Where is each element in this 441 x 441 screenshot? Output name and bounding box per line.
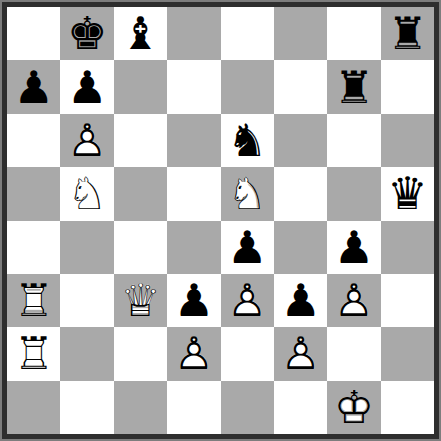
chess-board: ♚♝♜♟♟♜♟♙♞♞♘♞♘♛♟♟♜♖♛♕♟♟♙♟♟♙♜♖♟♙♟♙♚♔ xyxy=(2,2,439,439)
piece-black-rook[interactable]: ♜ xyxy=(327,60,380,113)
piece-black-bishop[interactable]: ♝ xyxy=(114,7,167,60)
square-b3[interactable] xyxy=(60,274,113,327)
piece-white-rook[interactable]: ♜♖ xyxy=(7,274,60,327)
square-e8[interactable] xyxy=(221,7,274,60)
square-d2[interactable]: ♟♙ xyxy=(167,327,220,380)
square-e4[interactable]: ♟ xyxy=(221,221,274,274)
piece-white-pawn[interactable]: ♟♙ xyxy=(167,327,220,380)
square-h7[interactable] xyxy=(381,60,434,113)
piece-black-pawn[interactable]: ♟ xyxy=(7,60,60,113)
piece-solid-layer: ♝ xyxy=(114,7,167,60)
square-f1[interactable] xyxy=(274,381,327,434)
square-a4[interactable] xyxy=(7,221,60,274)
square-f5[interactable] xyxy=(274,167,327,220)
square-a2[interactable]: ♜♖ xyxy=(7,327,60,380)
square-h4[interactable] xyxy=(381,221,434,274)
piece-outline-layer: ♙ xyxy=(167,327,220,380)
square-c8[interactable]: ♝ xyxy=(114,7,167,60)
square-d1[interactable] xyxy=(167,381,220,434)
square-b1[interactable] xyxy=(60,381,113,434)
piece-black-pawn[interactable]: ♟ xyxy=(274,274,327,327)
piece-outline-layer: ♔ xyxy=(327,381,380,434)
piece-white-pawn[interactable]: ♟♙ xyxy=(274,327,327,380)
square-f3[interactable]: ♟ xyxy=(274,274,327,327)
square-b2[interactable] xyxy=(60,327,113,380)
square-b7[interactable]: ♟ xyxy=(60,60,113,113)
square-d5[interactable] xyxy=(167,167,220,220)
square-h3[interactable] xyxy=(381,274,434,327)
piece-outline-layer: ♙ xyxy=(60,114,113,167)
square-d4[interactable] xyxy=(167,221,220,274)
square-a6[interactable] xyxy=(7,114,60,167)
piece-black-king[interactable]: ♚ xyxy=(60,7,113,60)
piece-black-pawn[interactable]: ♟ xyxy=(60,60,113,113)
piece-solid-layer: ♟ xyxy=(7,60,60,113)
square-g4[interactable]: ♟ xyxy=(327,221,380,274)
board-frame: ♚♝♜♟♟♜♟♙♞♞♘♞♘♛♟♟♜♖♛♕♟♟♙♟♟♙♜♖♟♙♟♙♚♔ xyxy=(0,0,441,441)
square-g7[interactable]: ♜ xyxy=(327,60,380,113)
square-c6[interactable] xyxy=(114,114,167,167)
piece-white-pawn[interactable]: ♟♙ xyxy=(327,274,380,327)
piece-solid-layer: ♚ xyxy=(60,7,113,60)
square-f8[interactable] xyxy=(274,7,327,60)
piece-solid-layer: ♞ xyxy=(221,114,274,167)
piece-solid-layer: ♟ xyxy=(327,221,380,274)
piece-black-rook[interactable]: ♜ xyxy=(381,7,434,60)
square-b6[interactable]: ♟♙ xyxy=(60,114,113,167)
square-f4[interactable] xyxy=(274,221,327,274)
square-g2[interactable] xyxy=(327,327,380,380)
square-g3[interactable]: ♟♙ xyxy=(327,274,380,327)
square-f6[interactable] xyxy=(274,114,327,167)
square-a7[interactable]: ♟ xyxy=(7,60,60,113)
square-h5[interactable]: ♛ xyxy=(381,167,434,220)
piece-black-pawn[interactable]: ♟ xyxy=(167,274,220,327)
square-e3[interactable]: ♟♙ xyxy=(221,274,274,327)
piece-white-knight[interactable]: ♞♘ xyxy=(221,167,274,220)
square-d6[interactable] xyxy=(167,114,220,167)
square-g5[interactable] xyxy=(327,167,380,220)
square-h8[interactable]: ♜ xyxy=(381,7,434,60)
piece-solid-layer: ♟ xyxy=(274,274,327,327)
square-f7[interactable] xyxy=(274,60,327,113)
square-g1[interactable]: ♚♔ xyxy=(327,381,380,434)
square-d3[interactable]: ♟ xyxy=(167,274,220,327)
square-d7[interactable] xyxy=(167,60,220,113)
square-b8[interactable]: ♚ xyxy=(60,7,113,60)
square-a3[interactable]: ♜♖ xyxy=(7,274,60,327)
piece-white-king[interactable]: ♚♔ xyxy=(327,381,380,434)
square-a8[interactable] xyxy=(7,7,60,60)
piece-black-pawn[interactable]: ♟ xyxy=(221,221,274,274)
piece-solid-layer: ♟ xyxy=(221,221,274,274)
piece-solid-layer: ♜ xyxy=(381,7,434,60)
piece-black-knight[interactable]: ♞ xyxy=(221,114,274,167)
piece-solid-layer: ♛ xyxy=(381,167,434,220)
square-c4[interactable] xyxy=(114,221,167,274)
piece-outline-layer: ♙ xyxy=(274,327,327,380)
piece-white-knight[interactable]: ♞♘ xyxy=(60,167,113,220)
square-c1[interactable] xyxy=(114,381,167,434)
piece-outline-layer: ♙ xyxy=(327,274,380,327)
piece-outline-layer: ♘ xyxy=(60,167,113,220)
square-g8[interactable] xyxy=(327,7,380,60)
square-d8[interactable] xyxy=(167,7,220,60)
piece-black-queen[interactable]: ♛ xyxy=(381,167,434,220)
piece-white-pawn[interactable]: ♟♙ xyxy=(221,274,274,327)
piece-solid-layer: ♟ xyxy=(60,60,113,113)
square-c2[interactable] xyxy=(114,327,167,380)
piece-white-queen[interactable]: ♛♕ xyxy=(114,274,167,327)
piece-outline-layer: ♖ xyxy=(7,327,60,380)
square-a1[interactable] xyxy=(7,381,60,434)
piece-outline-layer: ♖ xyxy=(7,274,60,327)
square-b5[interactable]: ♞♘ xyxy=(60,167,113,220)
square-g6[interactable] xyxy=(327,114,380,167)
piece-solid-layer: ♟ xyxy=(167,274,220,327)
square-h1[interactable] xyxy=(381,381,434,434)
square-c7[interactable] xyxy=(114,60,167,113)
piece-white-pawn[interactable]: ♟♙ xyxy=(60,114,113,167)
square-h2[interactable] xyxy=(381,327,434,380)
piece-solid-layer: ♜ xyxy=(327,60,380,113)
square-e5[interactable]: ♞♘ xyxy=(221,167,274,220)
piece-outline-layer: ♘ xyxy=(221,167,274,220)
square-c5[interactable] xyxy=(114,167,167,220)
piece-outline-layer: ♕ xyxy=(114,274,167,327)
square-a5[interactable] xyxy=(7,167,60,220)
square-b4[interactable] xyxy=(60,221,113,274)
piece-white-rook[interactable]: ♜♖ xyxy=(7,327,60,380)
square-e2[interactable] xyxy=(221,327,274,380)
piece-outline-layer: ♙ xyxy=(221,274,274,327)
square-h6[interactable] xyxy=(381,114,434,167)
square-c3[interactable]: ♛♕ xyxy=(114,274,167,327)
piece-black-pawn[interactable]: ♟ xyxy=(327,221,380,274)
square-e7[interactable] xyxy=(221,60,274,113)
square-e6[interactable]: ♞ xyxy=(221,114,274,167)
square-e1[interactable] xyxy=(221,381,274,434)
square-f2[interactable]: ♟♙ xyxy=(274,327,327,380)
